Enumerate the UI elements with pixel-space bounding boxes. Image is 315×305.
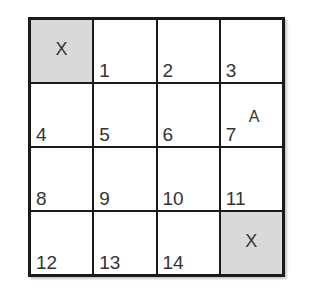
cell-label: 1 bbox=[99, 61, 110, 80]
grid-cell-r3c2: 9 bbox=[93, 147, 156, 211]
cell-label: 5 bbox=[99, 125, 110, 144]
grid-cell-r1c4: 3 bbox=[220, 19, 283, 83]
grid-cell-r4c3: 14 bbox=[157, 211, 220, 275]
grid-cell-r4c4-blocked: X bbox=[220, 211, 283, 275]
grid-cell-r1c3: 2 bbox=[157, 19, 220, 83]
cell-label: 3 bbox=[226, 61, 237, 80]
cell-annotation-a: A bbox=[249, 109, 260, 125]
grid-cell-r2c1: 4 bbox=[30, 83, 93, 147]
puzzle-board: X 1 2 3 4 5 6 7 A 8 9 10 bbox=[28, 17, 285, 277]
grid-cell-r2c4: 7 A bbox=[220, 83, 283, 147]
grid-cell-r3c1: 8 bbox=[30, 147, 93, 211]
grid-cell-r1c2: 1 bbox=[93, 19, 156, 83]
cell-label: 12 bbox=[36, 253, 57, 272]
grid-cell-r1c1-blocked: X bbox=[30, 19, 93, 83]
grid-cell-r4c2: 13 bbox=[93, 211, 156, 275]
cell-label: 2 bbox=[163, 61, 174, 80]
blocked-cell-mark: X bbox=[245, 232, 257, 250]
grid-cell-r2c3: 6 bbox=[157, 83, 220, 147]
grid-cell-r3c4: 11 bbox=[220, 147, 283, 211]
grid-cell-r2c2: 5 bbox=[93, 83, 156, 147]
puzzle-diagram: X 1 2 3 4 5 6 7 A 8 9 10 bbox=[0, 0, 315, 305]
grid-cell-r4c1: 12 bbox=[30, 211, 93, 275]
cell-label: 6 bbox=[163, 125, 174, 144]
cell-label: 13 bbox=[99, 253, 120, 272]
cell-label: 9 bbox=[99, 189, 110, 208]
cell-label: 11 bbox=[226, 189, 246, 208]
cell-label: 14 bbox=[163, 253, 184, 272]
blocked-cell-mark: X bbox=[56, 40, 68, 58]
cell-label: 8 bbox=[36, 189, 47, 208]
cell-label: 7 bbox=[226, 125, 237, 144]
cell-label: 10 bbox=[163, 189, 184, 208]
grid-cell-r3c3: 10 bbox=[157, 147, 220, 211]
cell-label: 4 bbox=[36, 125, 47, 144]
